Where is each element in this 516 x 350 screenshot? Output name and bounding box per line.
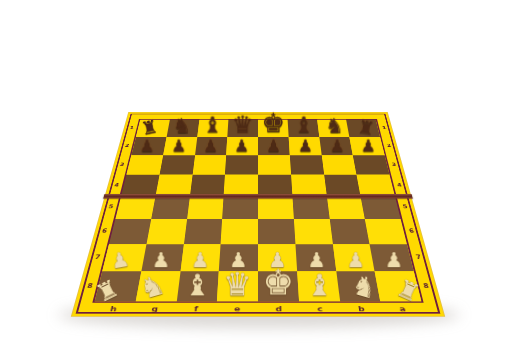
file-label-e: e bbox=[216, 305, 258, 313]
square-a5[interactable] bbox=[361, 196, 401, 219]
square-g1[interactable]: ♞ bbox=[166, 120, 199, 137]
square-h1[interactable]: ♜ bbox=[136, 120, 170, 137]
square-h2[interactable]: ♟ bbox=[131, 137, 166, 155]
black-knight[interactable]: ♞ bbox=[319, 116, 349, 136]
white-pawn[interactable]: ♟ bbox=[141, 250, 180, 271]
square-f6[interactable] bbox=[184, 219, 223, 244]
square-f2[interactable]: ♟ bbox=[195, 137, 228, 155]
rank-label-right-2: 2 bbox=[384, 144, 394, 148]
square-a4[interactable] bbox=[357, 175, 395, 196]
black-queen[interactable]: ♛ bbox=[228, 112, 258, 136]
square-f5[interactable] bbox=[187, 196, 224, 219]
square-d4[interactable] bbox=[258, 175, 292, 196]
square-d5[interactable] bbox=[258, 196, 294, 219]
square-c5[interactable] bbox=[292, 196, 329, 219]
square-d2[interactable]: ♟ bbox=[258, 137, 290, 155]
chess-board: ♜♞♝♛♚♝♞♜♟♟♟♟♟♟♟♟♟♟♟♟♟♟♟♟♜♞♝♛♚♝♞♜ 1234567… bbox=[72, 112, 444, 316]
square-h4[interactable] bbox=[121, 175, 159, 196]
rank-label-right-7: 7 bbox=[412, 254, 425, 260]
square-g7[interactable]: ♟ bbox=[141, 244, 183, 271]
square-f3[interactable] bbox=[192, 155, 226, 175]
square-b4[interactable] bbox=[324, 175, 361, 196]
square-c3[interactable] bbox=[290, 155, 324, 175]
black-pawn[interactable]: ♟ bbox=[321, 138, 353, 155]
board-fold-hinge bbox=[103, 194, 412, 199]
square-e8[interactable]: ♛ bbox=[217, 271, 258, 301]
square-g5[interactable] bbox=[151, 196, 190, 219]
black-pawn[interactable]: ♟ bbox=[195, 138, 227, 155]
square-d6[interactable] bbox=[258, 219, 295, 244]
white-pawn[interactable]: ♟ bbox=[375, 250, 414, 271]
square-b6[interactable] bbox=[329, 219, 369, 244]
square-h5[interactable] bbox=[115, 196, 155, 219]
square-a2[interactable]: ♟ bbox=[350, 137, 385, 155]
rank-label-right-3: 3 bbox=[389, 163, 399, 167]
white-knight[interactable]: ♞ bbox=[340, 269, 387, 307]
square-c4[interactable] bbox=[291, 175, 327, 196]
file-labels-bottom: hgfedcba bbox=[91, 304, 424, 315]
square-b7[interactable]: ♟ bbox=[332, 244, 374, 271]
square-b8[interactable]: ♞ bbox=[336, 271, 381, 301]
black-pawn[interactable]: ♟ bbox=[226, 138, 258, 155]
file-label-c: c bbox=[299, 305, 341, 313]
file-label-h: h bbox=[92, 305, 135, 313]
black-bishop[interactable]: ♝ bbox=[197, 114, 227, 136]
file-label-d: d bbox=[258, 305, 300, 313]
square-g4[interactable] bbox=[155, 175, 192, 196]
square-f7[interactable]: ♟ bbox=[180, 244, 221, 271]
square-f4[interactable] bbox=[190, 175, 226, 196]
square-h7[interactable]: ♟ bbox=[102, 244, 146, 271]
square-f8[interactable]: ♝ bbox=[176, 271, 219, 301]
square-e2[interactable]: ♟ bbox=[226, 137, 258, 155]
board-perspective-wrap: ♜♞♝♛♚♝♞♜♟♟♟♟♟♟♟♟♟♟♟♟♟♟♟♟♜♞♝♛♚♝♞♜ 1234567… bbox=[72, 112, 444, 316]
rank-label-left-3: 3 bbox=[117, 163, 127, 167]
square-h3[interactable] bbox=[126, 155, 163, 175]
square-b5[interactable] bbox=[326, 196, 365, 219]
white-bishop[interactable]: ♝ bbox=[299, 271, 340, 300]
file-label-f: f bbox=[175, 305, 217, 313]
square-a3[interactable] bbox=[353, 155, 390, 175]
square-e3[interactable] bbox=[225, 155, 258, 175]
black-pawn[interactable]: ♟ bbox=[258, 138, 290, 155]
black-bishop[interactable]: ♝ bbox=[288, 114, 318, 136]
rank-label-left-6: 6 bbox=[98, 228, 110, 233]
chessboard-photo: ♜♞♝♛♚♝♞♜♟♟♟♟♟♟♟♟♟♟♟♟♟♟♟♟♜♞♝♛♚♝♞♜ 1234567… bbox=[0, 0, 516, 350]
white-knight[interactable]: ♞ bbox=[129, 269, 176, 307]
black-king[interactable]: ♚ bbox=[258, 110, 288, 136]
black-pawn[interactable]: ♟ bbox=[132, 138, 164, 155]
black-pawn[interactable]: ♟ bbox=[353, 138, 385, 155]
square-c8[interactable]: ♝ bbox=[297, 271, 340, 301]
board-squares: ♜♞♝♛♚♝♞♜♟♟♟♟♟♟♟♟♟♟♟♟♟♟♟♟♜♞♝♛♚♝♞♜ bbox=[95, 120, 422, 302]
square-d8[interactable]: ♚ bbox=[258, 271, 299, 301]
square-h6[interactable] bbox=[109, 219, 151, 244]
square-e1[interactable]: ♛ bbox=[227, 120, 258, 137]
square-c1[interactable]: ♝ bbox=[287, 120, 319, 137]
square-f1[interactable]: ♝ bbox=[197, 120, 229, 137]
rank-label-right-4: 4 bbox=[394, 183, 405, 188]
square-g3[interactable] bbox=[159, 155, 194, 175]
rank-label-left-4: 4 bbox=[111, 183, 122, 188]
square-e4[interactable] bbox=[224, 175, 258, 196]
square-b3[interactable] bbox=[321, 155, 356, 175]
square-e6[interactable] bbox=[221, 219, 258, 244]
white-bishop[interactable]: ♝ bbox=[176, 271, 217, 300]
white-king[interactable]: ♚ bbox=[258, 265, 299, 300]
square-a1[interactable]: ♜ bbox=[346, 120, 380, 137]
square-b2[interactable]: ♟ bbox=[319, 137, 353, 155]
file-label-a: a bbox=[381, 305, 424, 313]
square-b1[interactable]: ♞ bbox=[317, 120, 350, 137]
square-g2[interactable]: ♟ bbox=[163, 137, 197, 155]
square-c6[interactable] bbox=[294, 219, 333, 244]
black-knight[interactable]: ♞ bbox=[167, 116, 197, 136]
rank-label-right-5: 5 bbox=[400, 205, 411, 210]
black-pawn[interactable]: ♟ bbox=[290, 138, 322, 155]
square-c2[interactable]: ♟ bbox=[289, 137, 322, 155]
square-d1[interactable]: ♚ bbox=[258, 120, 289, 137]
white-queen[interactable]: ♛ bbox=[217, 268, 258, 300]
file-label-g: g bbox=[133, 305, 176, 313]
rank-label-left-5: 5 bbox=[105, 205, 116, 210]
black-pawn[interactable]: ♟ bbox=[163, 138, 195, 155]
file-label-b: b bbox=[340, 305, 383, 313]
square-g6[interactable] bbox=[146, 219, 186, 244]
square-c7[interactable]: ♟ bbox=[295, 244, 336, 271]
square-e5[interactable] bbox=[222, 196, 258, 219]
square-g8[interactable]: ♞ bbox=[136, 271, 181, 301]
square-a7[interactable]: ♟ bbox=[370, 244, 414, 271]
square-a6[interactable] bbox=[365, 219, 407, 244]
square-d3[interactable] bbox=[258, 155, 291, 175]
white-pawn[interactable]: ♟ bbox=[336, 250, 375, 271]
rank-label-right-6: 6 bbox=[406, 228, 418, 233]
